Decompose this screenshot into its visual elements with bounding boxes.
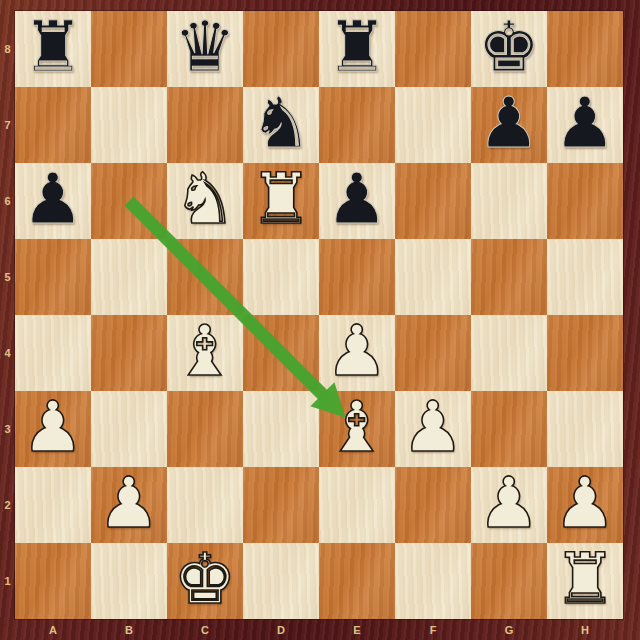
rank-label-5: 5 bbox=[0, 239, 15, 315]
file-label-c: C bbox=[167, 619, 243, 640]
square-h6[interactable] bbox=[547, 163, 623, 239]
square-c5[interactable] bbox=[167, 239, 243, 315]
rank-label-3: 3 bbox=[0, 391, 15, 467]
square-g7[interactable]: ♟ bbox=[471, 87, 547, 163]
file-label-f: F bbox=[395, 619, 471, 640]
square-a2[interactable] bbox=[15, 467, 91, 543]
white-bishop-c4[interactable]: ♝ bbox=[174, 313, 237, 389]
square-b5[interactable] bbox=[91, 239, 167, 315]
white-king-c1[interactable]: ♚ bbox=[174, 541, 237, 617]
square-e2[interactable] bbox=[319, 467, 395, 543]
square-h3[interactable] bbox=[547, 391, 623, 467]
square-e4[interactable]: ♟ bbox=[319, 315, 395, 391]
square-b4[interactable] bbox=[91, 315, 167, 391]
black-queen-c8[interactable]: ♛ bbox=[174, 9, 237, 85]
square-a7[interactable] bbox=[15, 87, 91, 163]
square-d6[interactable]: ♜ bbox=[243, 163, 319, 239]
square-g5[interactable] bbox=[471, 239, 547, 315]
square-f3[interactable]: ♟ bbox=[395, 391, 471, 467]
square-e7[interactable] bbox=[319, 87, 395, 163]
square-g3[interactable] bbox=[471, 391, 547, 467]
square-h4[interactable] bbox=[547, 315, 623, 391]
square-a4[interactable] bbox=[15, 315, 91, 391]
square-e3[interactable]: ♝ bbox=[319, 391, 395, 467]
square-c2[interactable] bbox=[167, 467, 243, 543]
square-b8[interactable] bbox=[91, 11, 167, 87]
square-c7[interactable] bbox=[167, 87, 243, 163]
rank-label-6: 6 bbox=[0, 163, 15, 239]
square-h7[interactable]: ♟ bbox=[547, 87, 623, 163]
black-rook-e8[interactable]: ♜ bbox=[326, 9, 389, 85]
square-h5[interactable] bbox=[547, 239, 623, 315]
square-c4[interactable]: ♝ bbox=[167, 315, 243, 391]
square-c3[interactable] bbox=[167, 391, 243, 467]
square-d5[interactable] bbox=[243, 239, 319, 315]
rank-label-7: 7 bbox=[0, 87, 15, 163]
chess-board-screenshot: 87654321 ABCDEFGH ♜♛♜♚♞♟♟♟♞♜♟♝♟♟♝♟♟♟♟♚♜ bbox=[0, 0, 640, 640]
file-label-a: A bbox=[15, 619, 91, 640]
square-b1[interactable] bbox=[91, 543, 167, 619]
square-d7[interactable]: ♞ bbox=[243, 87, 319, 163]
white-bishop-e3[interactable]: ♝ bbox=[326, 389, 389, 465]
white-knight-c6[interactable]: ♞ bbox=[174, 161, 237, 237]
white-pawn-f3[interactable]: ♟ bbox=[402, 389, 465, 465]
black-pawn-h7[interactable]: ♟ bbox=[554, 85, 617, 161]
black-knight-d7[interactable]: ♞ bbox=[250, 85, 313, 161]
square-d8[interactable] bbox=[243, 11, 319, 87]
square-g8[interactable]: ♚ bbox=[471, 11, 547, 87]
square-h1[interactable]: ♜ bbox=[547, 543, 623, 619]
rank-label-4: 4 bbox=[0, 315, 15, 391]
square-a5[interactable] bbox=[15, 239, 91, 315]
rank-labels: 87654321 bbox=[0, 11, 15, 619]
square-f2[interactable] bbox=[395, 467, 471, 543]
file-label-e: E bbox=[319, 619, 395, 640]
square-f4[interactable] bbox=[395, 315, 471, 391]
file-label-b: B bbox=[91, 619, 167, 640]
square-e1[interactable] bbox=[319, 543, 395, 619]
square-g2[interactable]: ♟ bbox=[471, 467, 547, 543]
square-e6[interactable]: ♟ bbox=[319, 163, 395, 239]
black-king-g8[interactable]: ♚ bbox=[478, 9, 541, 85]
square-a3[interactable]: ♟ bbox=[15, 391, 91, 467]
square-a1[interactable] bbox=[15, 543, 91, 619]
white-pawn-g2[interactable]: ♟ bbox=[478, 465, 541, 541]
square-c8[interactable]: ♛ bbox=[167, 11, 243, 87]
square-b6[interactable] bbox=[91, 163, 167, 239]
white-pawn-e4[interactable]: ♟ bbox=[326, 313, 389, 389]
square-d1[interactable] bbox=[243, 543, 319, 619]
rank-label-2: 2 bbox=[0, 467, 15, 543]
file-labels: ABCDEFGH bbox=[15, 619, 623, 640]
square-c6[interactable]: ♞ bbox=[167, 163, 243, 239]
chess-board[interactable]: ♜♛♜♚♞♟♟♟♞♜♟♝♟♟♝♟♟♟♟♚♜ bbox=[15, 11, 623, 619]
square-d2[interactable] bbox=[243, 467, 319, 543]
black-pawn-e6[interactable]: ♟ bbox=[326, 161, 389, 237]
white-rook-h1[interactable]: ♜ bbox=[554, 541, 617, 617]
square-a6[interactable]: ♟ bbox=[15, 163, 91, 239]
white-pawn-b2[interactable]: ♟ bbox=[98, 465, 161, 541]
square-b7[interactable] bbox=[91, 87, 167, 163]
square-f1[interactable] bbox=[395, 543, 471, 619]
white-pawn-a3[interactable]: ♟ bbox=[22, 389, 85, 465]
square-e5[interactable] bbox=[319, 239, 395, 315]
black-pawn-a6[interactable]: ♟ bbox=[22, 161, 85, 237]
file-label-h: H bbox=[547, 619, 623, 640]
square-c1[interactable]: ♚ bbox=[167, 543, 243, 619]
white-pawn-h2[interactable]: ♟ bbox=[554, 465, 617, 541]
file-label-g: G bbox=[471, 619, 547, 640]
rank-label-8: 8 bbox=[0, 11, 15, 87]
square-f5[interactable] bbox=[395, 239, 471, 315]
square-g4[interactable] bbox=[471, 315, 547, 391]
square-b3[interactable] bbox=[91, 391, 167, 467]
square-d3[interactable] bbox=[243, 391, 319, 467]
square-g1[interactable] bbox=[471, 543, 547, 619]
square-f6[interactable] bbox=[395, 163, 471, 239]
white-rook-d6[interactable]: ♜ bbox=[250, 161, 313, 237]
square-d4[interactable] bbox=[243, 315, 319, 391]
black-pawn-g7[interactable]: ♟ bbox=[478, 85, 541, 161]
square-f7[interactable] bbox=[395, 87, 471, 163]
square-h8[interactable] bbox=[547, 11, 623, 87]
file-label-d: D bbox=[243, 619, 319, 640]
rank-label-1: 1 bbox=[0, 543, 15, 619]
square-e8[interactable]: ♜ bbox=[319, 11, 395, 87]
square-h2[interactable]: ♟ bbox=[547, 467, 623, 543]
black-rook-a8[interactable]: ♜ bbox=[22, 9, 85, 85]
square-f8[interactable] bbox=[395, 11, 471, 87]
square-a8[interactable]: ♜ bbox=[15, 11, 91, 87]
square-b2[interactable]: ♟ bbox=[91, 467, 167, 543]
square-g6[interactable] bbox=[471, 163, 547, 239]
